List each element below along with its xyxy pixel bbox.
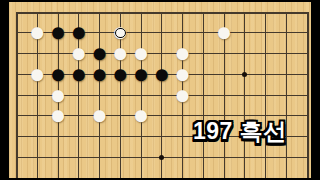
problem-caption: 197 흑선 [193, 116, 287, 147]
board-intersection [214, 168, 235, 178]
board-intersection [276, 147, 297, 168]
board-intersection [276, 168, 297, 178]
board-intersection [9, 147, 27, 168]
black-stone: ● [151, 64, 172, 85]
board-intersection [255, 43, 276, 64]
board-intersection [172, 105, 193, 126]
board-intersection [110, 126, 131, 147]
board-intersection: ● [27, 64, 48, 85]
board-intersection [89, 126, 110, 147]
white-stone: ● [214, 22, 235, 43]
board-intersection [193, 22, 214, 43]
black-stone: ● [131, 64, 152, 85]
board-intersection [297, 85, 311, 106]
board-intersection [255, 64, 276, 85]
board-intersection [151, 2, 172, 22]
board-intersection: ● [214, 22, 235, 43]
board-intersection [131, 168, 152, 178]
black-stone: ● [68, 64, 89, 85]
board-intersection [193, 43, 214, 64]
board-intersection: ● [68, 64, 89, 85]
board-intersection [68, 168, 89, 178]
board-intersection [255, 168, 276, 178]
board-intersection [27, 126, 48, 147]
white-stone: ● [27, 22, 48, 43]
black-stone: ● [89, 64, 110, 85]
board-intersection [234, 85, 255, 106]
board-intersection [89, 147, 110, 168]
board-intersection [276, 22, 297, 43]
board-intersection [234, 22, 255, 43]
board-intersection [255, 85, 276, 106]
board-intersection [276, 43, 297, 64]
board-intersection [297, 147, 311, 168]
board-intersection [276, 2, 297, 22]
board-intersection [193, 168, 214, 178]
board-intersection [172, 168, 193, 178]
board-intersection [297, 105, 311, 126]
board-intersection [131, 126, 152, 147]
white-stone: ● [27, 64, 48, 85]
board-intersection [297, 126, 311, 147]
board-intersection [110, 105, 131, 126]
board-intersection [214, 147, 235, 168]
board-intersection [9, 22, 27, 43]
board-intersection: ● [48, 105, 69, 126]
board-intersection [193, 147, 214, 168]
board-intersection [151, 126, 172, 147]
board-intersection [214, 85, 235, 106]
board-intersection [234, 2, 255, 22]
board-intersection: ● [48, 22, 69, 43]
board-intersection [68, 126, 89, 147]
board-intersection [297, 22, 311, 43]
board-intersection [27, 105, 48, 126]
board-intersection [297, 2, 311, 22]
board-intersection [255, 22, 276, 43]
board-intersection: ● [131, 105, 152, 126]
board-intersection [255, 2, 276, 22]
board-intersection [214, 64, 235, 85]
board-intersection [48, 126, 69, 147]
go-board: ●●●●●●●●●●●●●●●●●●●●●●● 197 흑선 [9, 2, 311, 178]
board-intersection: ● [131, 64, 152, 85]
board-intersection [48, 168, 69, 178]
board-intersection [68, 85, 89, 106]
board-intersection [151, 147, 172, 168]
board-intersection: ● [110, 64, 131, 85]
board-intersection [48, 147, 69, 168]
board-intersection [297, 43, 311, 64]
board-intersection [27, 85, 48, 106]
board-intersection [193, 2, 214, 22]
board-intersection [131, 147, 152, 168]
board-intersection [9, 168, 27, 178]
board-intersection: ● [151, 64, 172, 85]
board-intersection [9, 64, 27, 85]
board-intersection [276, 64, 297, 85]
board-intersection: ● [172, 85, 193, 106]
board-intersection [151, 85, 172, 106]
board-intersection [27, 168, 48, 178]
board-intersection [297, 64, 311, 85]
board-intersection [172, 126, 193, 147]
video-frame: ●●●●●●●●●●●●●●●●●●●●●●● 197 흑선 [0, 0, 320, 180]
white-stone: ● [172, 85, 193, 106]
board-intersection [27, 147, 48, 168]
board-intersection [172, 2, 193, 22]
board-intersection [214, 43, 235, 64]
board-intersection [9, 2, 27, 22]
board-intersection [131, 2, 152, 22]
board-intersection [151, 22, 172, 43]
white-stone: ● [48, 105, 69, 126]
board-intersection [9, 85, 27, 106]
board-intersection [297, 168, 311, 178]
black-stone: ● [48, 22, 69, 43]
white-stone: ● [131, 105, 152, 126]
board-intersection [68, 105, 89, 126]
board-intersection: ● [27, 22, 48, 43]
board-intersection [234, 147, 255, 168]
board-intersection [89, 168, 110, 178]
board-intersection [234, 168, 255, 178]
board-intersection [110, 147, 131, 168]
board-intersection [68, 147, 89, 168]
board-intersection [193, 64, 214, 85]
board-grid: ●●●●●●●●●●●●●●●●●●●●●●● [9, 2, 311, 178]
board-intersection [151, 168, 172, 178]
board-intersection [9, 105, 27, 126]
board-intersection [234, 43, 255, 64]
board-intersection: ● [89, 105, 110, 126]
board-intersection [9, 126, 27, 147]
board-intersection [9, 43, 27, 64]
board-intersection [110, 168, 131, 178]
board-intersection: ● [89, 64, 110, 85]
board-intersection [110, 85, 131, 106]
board-intersection [193, 85, 214, 106]
board-intersection [89, 2, 110, 22]
board-intersection [151, 105, 172, 126]
board-intersection [234, 64, 255, 85]
board-intersection [255, 147, 276, 168]
white-stone: ● [89, 105, 110, 126]
board-intersection [172, 147, 193, 168]
black-stone: ● [110, 64, 131, 85]
board-intersection [276, 85, 297, 106]
